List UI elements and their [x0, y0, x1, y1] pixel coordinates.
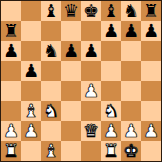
black-pawn-piece: ♟	[63, 41, 79, 61]
square-g6[interactable]	[121, 41, 141, 61]
square-h6[interactable]	[141, 41, 161, 61]
white-knight-piece: ♞	[43, 101, 59, 121]
black-bishop-piece: ♝	[43, 1, 59, 21]
square-h1[interactable]	[141, 141, 161, 161]
square-b7[interactable]	[21, 21, 41, 41]
black-pawn-piece: ♟	[23, 61, 39, 81]
black-rook-piece: ♜	[3, 21, 19, 41]
square-f2[interactable]: ♟	[101, 121, 121, 141]
square-c4[interactable]	[41, 81, 61, 101]
white-knight-piece: ♞	[103, 101, 119, 121]
square-b2[interactable]: ♟	[21, 121, 41, 141]
square-c8[interactable]: ♝	[41, 1, 61, 21]
black-pawn-piece: ♟	[103, 21, 119, 41]
square-g3[interactable]	[121, 101, 141, 121]
white-rook-piece: ♜	[103, 141, 119, 161]
square-d4[interactable]	[61, 81, 81, 101]
square-a3[interactable]	[1, 101, 21, 121]
square-h3[interactable]	[141, 101, 161, 121]
square-f8[interactable]: ♝	[101, 1, 121, 21]
square-h8[interactable]: ♜	[141, 1, 161, 21]
white-pawn-piece: ♟	[23, 121, 39, 141]
square-a5[interactable]	[1, 61, 21, 81]
square-f3[interactable]: ♞	[101, 101, 121, 121]
square-g7[interactable]: ♟	[121, 21, 141, 41]
white-pawn-piece: ♟	[143, 121, 159, 141]
black-pawn-piece: ♟	[83, 41, 99, 61]
square-e6[interactable]: ♟	[81, 41, 101, 61]
black-pawn-piece: ♟	[143, 21, 159, 41]
square-a2[interactable]: ♟	[1, 121, 21, 141]
square-f1[interactable]: ♜	[101, 141, 121, 161]
square-f5[interactable]	[101, 61, 121, 81]
square-a6[interactable]: ♟	[1, 41, 21, 61]
square-f7[interactable]: ♟	[101, 21, 121, 41]
square-b1[interactable]	[21, 141, 41, 161]
square-e3[interactable]	[81, 101, 101, 121]
black-pawn-piece: ♟	[123, 21, 139, 41]
square-c6[interactable]: ♞	[41, 41, 61, 61]
square-e5[interactable]	[81, 61, 101, 81]
square-d1[interactable]	[61, 141, 81, 161]
square-d2[interactable]	[61, 121, 81, 141]
square-f6[interactable]	[101, 41, 121, 61]
square-c1[interactable]: ♝	[41, 141, 61, 161]
square-g1[interactable]: ♚	[121, 141, 141, 161]
square-b5[interactable]: ♟	[21, 61, 41, 81]
square-h4[interactable]	[141, 81, 161, 101]
white-pawn-piece: ♟	[103, 121, 119, 141]
square-e1[interactable]	[81, 141, 101, 161]
black-queen-piece: ♛	[63, 1, 79, 21]
black-king-piece: ♚	[83, 1, 99, 21]
square-b4[interactable]	[21, 81, 41, 101]
square-h5[interactable]	[141, 61, 161, 81]
chess-board: ♝♛♚♝♞♜♜♟♟♟♟♞♟♟♟♟♝♞♞♟♟♛♟♟♟♜♝♜♚	[0, 0, 162, 162]
white-rook-piece: ♜	[3, 141, 19, 161]
white-pawn-piece: ♟	[83, 81, 99, 101]
square-f4[interactable]	[101, 81, 121, 101]
white-king-piece: ♚	[123, 141, 139, 161]
square-c7[interactable]	[41, 21, 61, 41]
black-rook-piece: ♜	[143, 1, 159, 21]
square-h2[interactable]: ♟	[141, 121, 161, 141]
square-a8[interactable]	[1, 1, 21, 21]
square-e2[interactable]: ♛	[81, 121, 101, 141]
square-g2[interactable]: ♟	[121, 121, 141, 141]
square-d3[interactable]	[61, 101, 81, 121]
white-pawn-piece: ♟	[123, 121, 139, 141]
square-c2[interactable]	[41, 121, 61, 141]
square-b6[interactable]	[21, 41, 41, 61]
square-b3[interactable]: ♝	[21, 101, 41, 121]
square-b8[interactable]	[21, 1, 41, 21]
black-knight-piece: ♞	[123, 1, 139, 21]
square-d5[interactable]	[61, 61, 81, 81]
square-d8[interactable]: ♛	[61, 1, 81, 21]
square-h7[interactable]: ♟	[141, 21, 161, 41]
square-c5[interactable]	[41, 61, 61, 81]
square-c3[interactable]: ♞	[41, 101, 61, 121]
square-a4[interactable]	[1, 81, 21, 101]
square-g8[interactable]: ♞	[121, 1, 141, 21]
square-d6[interactable]: ♟	[61, 41, 81, 61]
white-bishop-piece: ♝	[23, 101, 39, 121]
black-knight-piece: ♞	[43, 41, 59, 61]
square-d7[interactable]	[61, 21, 81, 41]
square-e8[interactable]: ♚	[81, 1, 101, 21]
square-e7[interactable]	[81, 21, 101, 41]
square-a1[interactable]: ♜	[1, 141, 21, 161]
white-pawn-piece: ♟	[3, 121, 19, 141]
white-bishop-piece: ♝	[43, 141, 59, 161]
square-g4[interactable]	[121, 81, 141, 101]
black-pawn-piece: ♟	[3, 41, 19, 61]
square-g5[interactable]	[121, 61, 141, 81]
square-a7[interactable]: ♜	[1, 21, 21, 41]
white-queen-piece: ♛	[83, 121, 99, 141]
square-e4[interactable]: ♟	[81, 81, 101, 101]
black-bishop-piece: ♝	[103, 1, 119, 21]
